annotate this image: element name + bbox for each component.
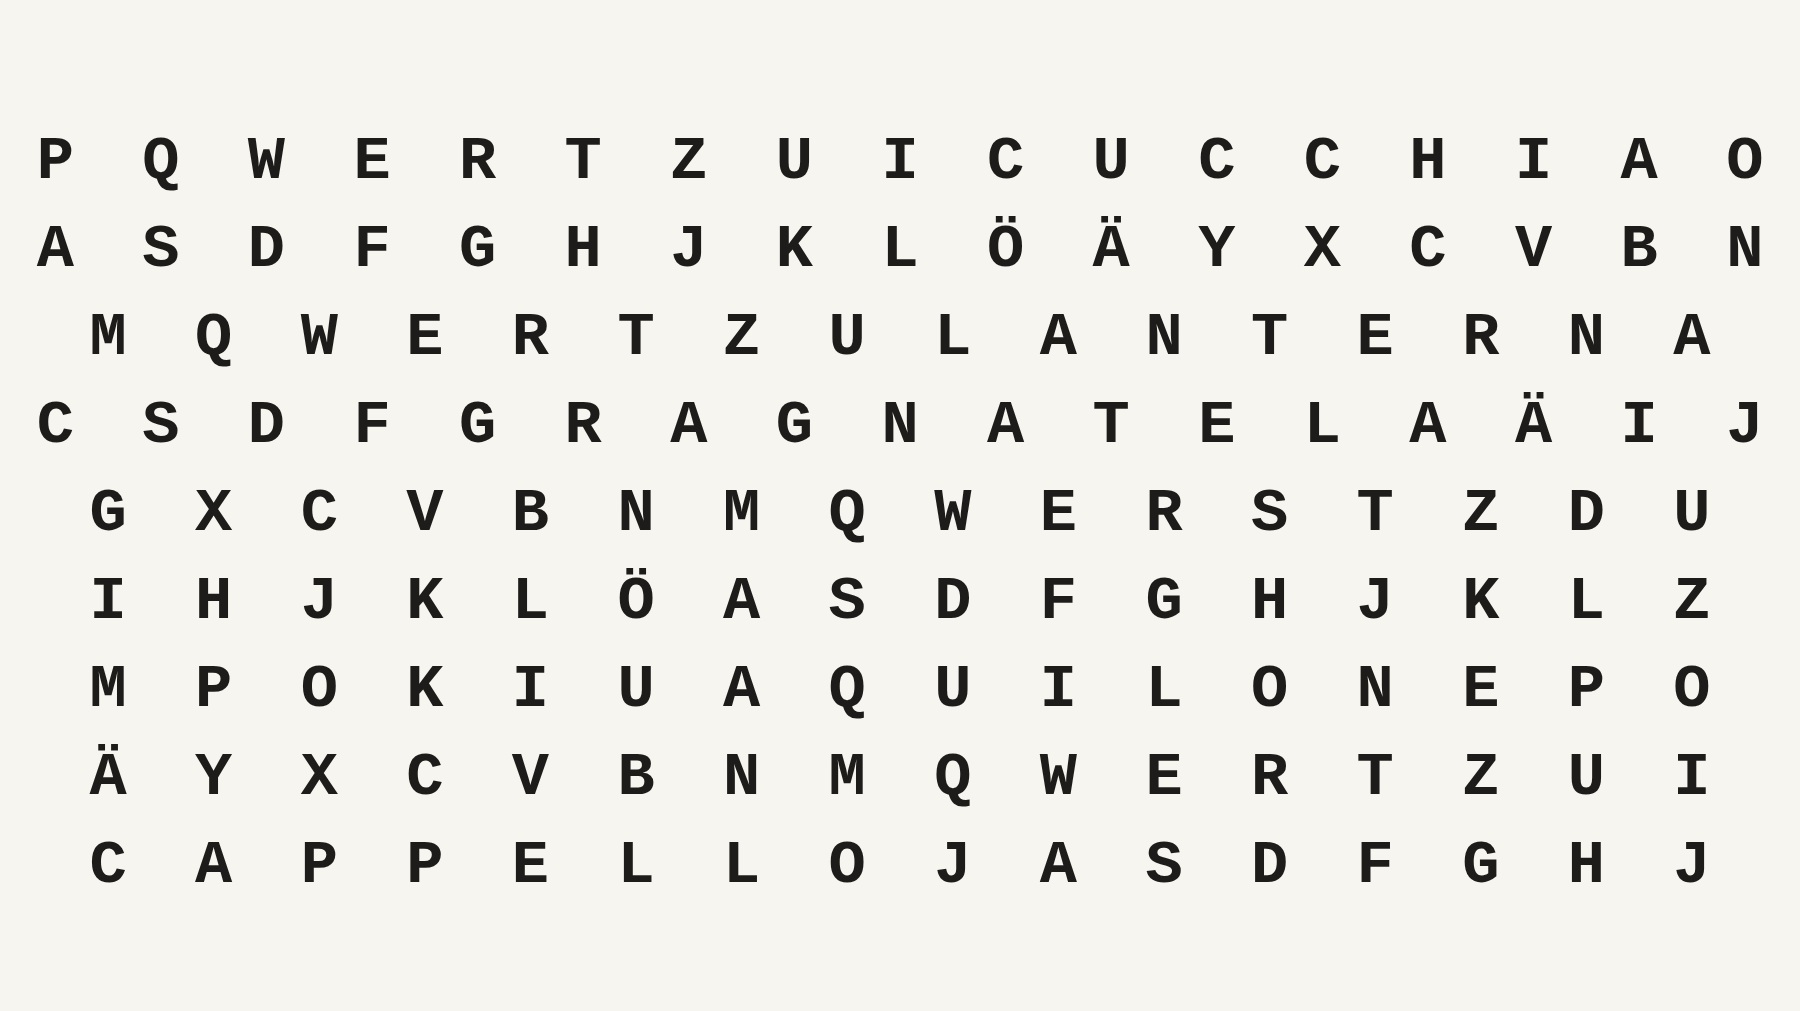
grid-cell[interactable]: S bbox=[794, 571, 900, 633]
grid-cell[interactable]: Q bbox=[794, 483, 900, 545]
grid-cell[interactable]: R bbox=[478, 307, 584, 369]
grid-cell[interactable]: Z bbox=[1428, 483, 1534, 545]
grid-cell[interactable]: M bbox=[794, 747, 900, 809]
grid-cell[interactable]: Ä bbox=[55, 747, 161, 809]
grid-cell[interactable]: L bbox=[583, 835, 689, 897]
grid-row: MQWERTZULANTERNA bbox=[0, 294, 1800, 382]
grid-cell[interactable]: Q bbox=[161, 307, 267, 369]
grid-cell[interactable]: Ä bbox=[1058, 219, 1164, 281]
grid-cell[interactable]: M bbox=[55, 307, 161, 369]
grid-cell[interactable]: T bbox=[530, 131, 636, 193]
grid-cell[interactable]: I bbox=[847, 131, 953, 193]
grid-cell[interactable]: Q bbox=[108, 131, 214, 193]
grid-cell[interactable]: U bbox=[1534, 747, 1640, 809]
grid-row: IHJKLÖASDFGHJKLZ bbox=[0, 558, 1800, 646]
grid-cell[interactable]: H bbox=[1375, 131, 1481, 193]
grid-cell[interactable]: D bbox=[1217, 835, 1323, 897]
grid-cell[interactable]: U bbox=[583, 659, 689, 721]
grid-cell[interactable]: X bbox=[266, 747, 372, 809]
grid-row: MPOKIUAQUILONEPO bbox=[0, 646, 1800, 734]
grid-cell[interactable]: R bbox=[530, 395, 636, 457]
grid-cell[interactable]: V bbox=[1481, 219, 1587, 281]
grid-cell[interactable]: H bbox=[530, 219, 636, 281]
grid-cell[interactable]: Z bbox=[1639, 571, 1745, 633]
grid-cell[interactable]: A bbox=[2, 219, 108, 281]
grid-cell[interactable]: A bbox=[1375, 395, 1481, 457]
grid-cell[interactable]: C bbox=[1375, 219, 1481, 281]
grid-cell[interactable]: R bbox=[1217, 747, 1323, 809]
grid-cell[interactable]: G bbox=[742, 395, 848, 457]
grid-row: GXCVBNMQWERSTZDU bbox=[0, 470, 1800, 558]
grid-cell[interactable]: P bbox=[2, 131, 108, 193]
grid-cell[interactable]: A bbox=[1586, 131, 1692, 193]
grid-cell[interactable]: T bbox=[583, 307, 689, 369]
grid-cell[interactable]: U bbox=[900, 659, 1006, 721]
grid-row: ASDFGHJKLÖÄYXCVBN bbox=[0, 206, 1800, 294]
grid-cell[interactable]: Ä bbox=[1481, 395, 1587, 457]
grid-cell[interactable]: Y bbox=[1164, 219, 1270, 281]
grid-cell[interactable]: U bbox=[1639, 483, 1745, 545]
grid-cell[interactable]: R bbox=[1428, 307, 1534, 369]
grid-cell[interactable]: E bbox=[1428, 659, 1534, 721]
grid-cell[interactable]: T bbox=[1322, 747, 1428, 809]
grid-cell[interactable]: I bbox=[1586, 395, 1692, 457]
grid-cell[interactable]: C bbox=[55, 835, 161, 897]
grid-cell[interactable]: P bbox=[266, 835, 372, 897]
grid-row: ÄYXCVBNMQWERTZUI bbox=[0, 734, 1800, 822]
grid-cell[interactable]: O bbox=[794, 835, 900, 897]
grid-cell[interactable]: I bbox=[1639, 747, 1745, 809]
grid-cell[interactable]: Z bbox=[1428, 747, 1534, 809]
grid-cell[interactable]: N bbox=[1322, 659, 1428, 721]
grid-cell[interactable]: D bbox=[1534, 483, 1640, 545]
grid-cell[interactable]: H bbox=[1217, 571, 1323, 633]
grid-cell[interactable]: T bbox=[1058, 395, 1164, 457]
grid-cell[interactable]: A bbox=[689, 571, 795, 633]
grid-cell[interactable]: I bbox=[1006, 659, 1112, 721]
grid-cell[interactable]: Q bbox=[794, 659, 900, 721]
grid-cell[interactable]: T bbox=[1217, 307, 1323, 369]
grid-cell[interactable]: P bbox=[372, 835, 478, 897]
grid-cell[interactable]: S bbox=[108, 395, 214, 457]
grid-cell[interactable]: F bbox=[1322, 835, 1428, 897]
grid-cell[interactable]: N bbox=[583, 483, 689, 545]
grid-cell[interactable]: S bbox=[108, 219, 214, 281]
grid-cell[interactable]: V bbox=[478, 747, 584, 809]
grid-cell[interactable]: G bbox=[1111, 571, 1217, 633]
grid-cell[interactable]: H bbox=[161, 571, 267, 633]
grid-cell[interactable]: G bbox=[55, 483, 161, 545]
grid-cell[interactable]: I bbox=[478, 659, 584, 721]
grid-cell[interactable]: N bbox=[847, 395, 953, 457]
grid-cell[interactable]: Ö bbox=[583, 571, 689, 633]
grid-cell[interactable]: V bbox=[372, 483, 478, 545]
grid-cell[interactable]: K bbox=[1428, 571, 1534, 633]
grid-cell[interactable]: C bbox=[953, 131, 1059, 193]
grid-cell[interactable]: D bbox=[214, 219, 320, 281]
grid-cell[interactable]: C bbox=[266, 483, 372, 545]
grid-cell[interactable]: B bbox=[583, 747, 689, 809]
grid-cell[interactable]: E bbox=[1006, 483, 1112, 545]
grid-cell[interactable]: D bbox=[900, 571, 1006, 633]
grid-cell[interactable]: M bbox=[689, 483, 795, 545]
grid-cell[interactable]: L bbox=[900, 307, 1006, 369]
grid-cell[interactable]: J bbox=[1322, 571, 1428, 633]
grid-cell[interactable]: J bbox=[1639, 835, 1745, 897]
grid-cell[interactable]: G bbox=[425, 395, 531, 457]
grid-cell[interactable]: L bbox=[478, 571, 584, 633]
grid-row: CSDFGRAGNATELAÄIJ bbox=[0, 382, 1800, 470]
grid-cell[interactable]: K bbox=[372, 659, 478, 721]
grid-cell[interactable]: A bbox=[1006, 835, 1112, 897]
grid-cell[interactable]: B bbox=[1586, 219, 1692, 281]
grid-cell[interactable]: P bbox=[1534, 659, 1640, 721]
grid-cell[interactable]: L bbox=[689, 835, 795, 897]
grid-cell[interactable]: J bbox=[900, 835, 1006, 897]
grid-cell[interactable]: E bbox=[372, 307, 478, 369]
grid-cell[interactable]: R bbox=[425, 131, 531, 193]
grid-cell[interactable]: J bbox=[636, 219, 742, 281]
grid-cell[interactable]: E bbox=[1164, 395, 1270, 457]
grid-cell[interactable]: A bbox=[161, 835, 267, 897]
grid-cell[interactable]: U bbox=[794, 307, 900, 369]
grid-cell[interactable]: F bbox=[319, 219, 425, 281]
grid-cell[interactable]: X bbox=[1270, 219, 1376, 281]
grid-cell[interactable]: A bbox=[1006, 307, 1112, 369]
grid-cell[interactable]: W bbox=[266, 307, 372, 369]
grid-cell[interactable]: K bbox=[742, 219, 848, 281]
grid-cell[interactable]: I bbox=[55, 571, 161, 633]
grid-cell[interactable]: Y bbox=[161, 747, 267, 809]
grid-cell[interactable]: S bbox=[1217, 483, 1323, 545]
grid-cell[interactable]: A bbox=[953, 395, 1059, 457]
grid-cell[interactable]: O bbox=[266, 659, 372, 721]
grid-cell[interactable]: L bbox=[847, 219, 953, 281]
grid-cell[interactable]: O bbox=[1692, 131, 1798, 193]
grid-cell[interactable]: U bbox=[1058, 131, 1164, 193]
grid-cell[interactable]: G bbox=[425, 219, 531, 281]
grid-cell[interactable]: J bbox=[1692, 395, 1798, 457]
grid-cell[interactable]: M bbox=[55, 659, 161, 721]
grid-cell[interactable]: C bbox=[1270, 131, 1376, 193]
grid-cell[interactable]: O bbox=[1217, 659, 1323, 721]
grid-cell[interactable]: L bbox=[1270, 395, 1376, 457]
grid-cell[interactable]: L bbox=[1111, 659, 1217, 721]
grid-cell[interactable]: Z bbox=[636, 131, 742, 193]
grid-cell[interactable]: K bbox=[372, 571, 478, 633]
grid-cell[interactable]: Z bbox=[689, 307, 795, 369]
grid-cell[interactable]: Q bbox=[900, 747, 1006, 809]
grid-cell[interactable]: T bbox=[1322, 483, 1428, 545]
grid-cell[interactable]: F bbox=[319, 395, 425, 457]
grid-row: PQWERTZUICUCCHIAO bbox=[0, 118, 1800, 206]
grid-cell[interactable]: E bbox=[1322, 307, 1428, 369]
grid-cell[interactable]: W bbox=[1006, 747, 1112, 809]
word-search-board: PQWERTZUICUCCHIAOASDFGHJKLÖÄYXCVBNMQWERT… bbox=[0, 0, 1800, 910]
grid-cell[interactable]: N bbox=[689, 747, 795, 809]
grid-cell[interactable]: A bbox=[636, 395, 742, 457]
grid-cell[interactable]: C bbox=[2, 395, 108, 457]
grid-cell[interactable]: W bbox=[214, 131, 320, 193]
grid-cell[interactable]: A bbox=[689, 659, 795, 721]
grid-cell[interactable]: C bbox=[1164, 131, 1270, 193]
grid-cell[interactable]: E bbox=[478, 835, 584, 897]
grid-cell[interactable]: E bbox=[1111, 747, 1217, 809]
grid-cell[interactable]: S bbox=[1111, 835, 1217, 897]
grid-cell[interactable]: B bbox=[478, 483, 584, 545]
grid-cell[interactable]: A bbox=[1639, 307, 1745, 369]
grid-cell[interactable]: O bbox=[1639, 659, 1745, 721]
grid-cell[interactable]: I bbox=[1481, 131, 1587, 193]
grid-cell[interactable]: U bbox=[742, 131, 848, 193]
grid-cell[interactable]: N bbox=[1692, 219, 1798, 281]
grid-cell[interactable]: H bbox=[1534, 835, 1640, 897]
grid-row: CAPPELLOJASDFGHJ bbox=[0, 822, 1800, 910]
grid-cell[interactable]: F bbox=[1006, 571, 1112, 633]
grid-cell[interactable]: N bbox=[1534, 307, 1640, 369]
grid-cell[interactable]: Ö bbox=[953, 219, 1059, 281]
grid-cell[interactable]: R bbox=[1111, 483, 1217, 545]
grid-cell[interactable]: N bbox=[1111, 307, 1217, 369]
grid-cell[interactable]: W bbox=[900, 483, 1006, 545]
grid-cell[interactable]: D bbox=[214, 395, 320, 457]
grid-cell[interactable]: P bbox=[161, 659, 267, 721]
grid-cell[interactable]: G bbox=[1428, 835, 1534, 897]
grid-cell[interactable]: J bbox=[266, 571, 372, 633]
grid-cell[interactable]: X bbox=[161, 483, 267, 545]
grid-cell[interactable]: L bbox=[1534, 571, 1640, 633]
grid-cell[interactable]: C bbox=[372, 747, 478, 809]
grid-cell[interactable]: E bbox=[319, 131, 425, 193]
